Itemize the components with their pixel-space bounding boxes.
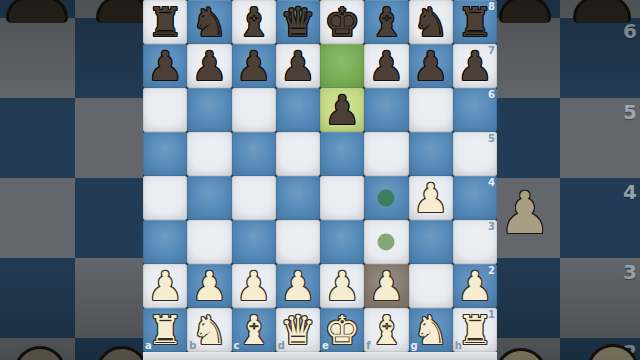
- square-d8[interactable]: ♛: [276, 0, 320, 44]
- square-a3[interactable]: [143, 220, 187, 264]
- square-c4[interactable]: [232, 176, 276, 220]
- piece-white-king: ♚: [324, 310, 360, 350]
- piece-black-bishop: ♝: [368, 2, 404, 42]
- square-e6[interactable]: ♟: [320, 88, 364, 132]
- square-b3[interactable]: [187, 220, 231, 264]
- square-g4[interactable]: ♟: [409, 176, 453, 220]
- piece-black-king: ♚: [324, 2, 360, 42]
- square-b4[interactable]: [187, 176, 231, 220]
- square-h4[interactable]: 4: [453, 176, 497, 220]
- square-g1[interactable]: ♞g: [409, 308, 453, 352]
- square-h8[interactable]: ♜8: [453, 0, 497, 44]
- square-e8[interactable]: ♚: [320, 0, 364, 44]
- piece-black-rook: ♜: [147, 2, 183, 42]
- square-f7[interactable]: ♟: [364, 44, 408, 88]
- square-h6[interactable]: 6: [453, 88, 497, 132]
- square-c7[interactable]: ♟: [232, 44, 276, 88]
- piece-white-pawn: ♟: [236, 266, 272, 306]
- square-h5[interactable]: 5: [453, 132, 497, 176]
- square-e5[interactable]: [320, 132, 364, 176]
- piece-black-pawn: ♟: [413, 46, 449, 86]
- square-g8[interactable]: ♞: [409, 0, 453, 44]
- square-e3[interactable]: [320, 220, 364, 264]
- background-left-panel: [0, 0, 143, 360]
- square-e1[interactable]: ♚e: [320, 308, 364, 352]
- file-label: b: [189, 341, 196, 351]
- piece-black-queen: ♛: [280, 2, 316, 42]
- square-a1[interactable]: ♜a: [143, 308, 187, 352]
- square-a8[interactable]: ♜: [143, 0, 187, 44]
- square-a2[interactable]: ♟: [143, 264, 187, 308]
- square-c6[interactable]: [232, 88, 276, 132]
- square-g3[interactable]: [409, 220, 453, 264]
- piece-black-pawn: ♟: [147, 46, 183, 86]
- square-h1[interactable]: ♜1h: [453, 308, 497, 352]
- square-f8[interactable]: ♝: [364, 0, 408, 44]
- move-hint-dot: [378, 234, 395, 251]
- square-e2[interactable]: ♟: [320, 264, 364, 308]
- square-e4[interactable]: [320, 176, 364, 220]
- piece-white-pawn: ♟: [147, 266, 183, 306]
- piece-black-knight: ♞: [191, 2, 227, 42]
- rank-label: 4: [488, 178, 495, 188]
- piece-black-pawn: ♟: [368, 46, 404, 86]
- piece-white-pawn: ♟: [413, 178, 449, 218]
- square-c3[interactable]: [232, 220, 276, 264]
- rank-label: 5: [488, 134, 495, 144]
- panel-edge: [143, 352, 497, 360]
- file-label: f: [366, 341, 370, 351]
- rank-label: 7: [488, 46, 495, 56]
- square-f2[interactable]: ♟: [364, 264, 408, 308]
- square-c1[interactable]: ♝c: [232, 308, 276, 352]
- square-f6[interactable]: [364, 88, 408, 132]
- rank-label: 1: [488, 310, 495, 320]
- piece-black-pawn: ♟: [191, 46, 227, 86]
- square-d2[interactable]: ♟: [276, 264, 320, 308]
- chess-board[interactable]: ♜♞♝♛♚♝♞♜8♟♟♟♟♟♟♟7♟65♟43♟♟♟♟♟♟♟2♜a♞b♝c♛d♚…: [143, 0, 497, 352]
- square-a4[interactable]: [143, 176, 187, 220]
- square-d6[interactable]: [276, 88, 320, 132]
- square-h2[interactable]: ♟2: [453, 264, 497, 308]
- square-g2[interactable]: [409, 264, 453, 308]
- square-d1[interactable]: ♛d: [276, 308, 320, 352]
- square-f4[interactable]: [364, 176, 408, 220]
- square-f3[interactable]: [364, 220, 408, 264]
- rank-label: 2: [488, 266, 495, 276]
- chess-board-container: ♜♞♝♛♚♝♞♜8♟♟♟♟♟♟♟7♟65♟43♟♟♟♟♟♟♟2♜a♞b♝c♛d♚…: [143, 0, 497, 360]
- piece-black-pawn: ♟: [280, 46, 316, 86]
- square-e7[interactable]: [320, 44, 364, 88]
- piece-black-pawn: ♟: [324, 90, 360, 130]
- piece-white-bishop: ♝: [368, 310, 404, 350]
- square-b1[interactable]: ♞b: [187, 308, 231, 352]
- square-c5[interactable]: [232, 132, 276, 176]
- app-frame: ♟ 6 5 4 3 2 ♜♞♝♛♚♝♞♜8♟♟♟♟♟♟♟7♟65♟43♟♟♟♟♟…: [0, 0, 640, 360]
- piece-white-bishop: ♝: [236, 310, 272, 350]
- move-hint-dot: [378, 190, 395, 207]
- square-d5[interactable]: [276, 132, 320, 176]
- square-g6[interactable]: [409, 88, 453, 132]
- file-label: a: [145, 341, 152, 351]
- square-h7[interactable]: ♟7: [453, 44, 497, 88]
- piece-white-knight: ♞: [413, 310, 449, 350]
- square-c8[interactable]: ♝: [232, 0, 276, 44]
- square-a5[interactable]: [143, 132, 187, 176]
- piece-white-pawn: ♟: [324, 266, 360, 306]
- rank-label: 6: [488, 90, 495, 100]
- file-label: g: [411, 341, 418, 351]
- piece-white-queen: ♛: [280, 310, 316, 350]
- square-f1[interactable]: ♝f: [364, 308, 408, 352]
- square-f5[interactable]: [364, 132, 408, 176]
- square-h3[interactable]: 3: [453, 220, 497, 264]
- square-a6[interactable]: [143, 88, 187, 132]
- piece-black-knight: ♞: [413, 2, 449, 42]
- rank-label: 3: [488, 222, 495, 232]
- square-g5[interactable]: [409, 132, 453, 176]
- piece-white-pawn: ♟: [280, 266, 316, 306]
- square-c2[interactable]: ♟: [232, 264, 276, 308]
- square-b2[interactable]: ♟: [187, 264, 231, 308]
- square-b8[interactable]: ♞: [187, 0, 231, 44]
- square-g7[interactable]: ♟: [409, 44, 453, 88]
- square-b6[interactable]: [187, 88, 231, 132]
- piece-white-knight: ♞: [191, 310, 227, 350]
- piece-white-rook: ♜: [147, 310, 183, 350]
- square-d7[interactable]: ♟: [276, 44, 320, 88]
- file-label: d: [278, 341, 285, 351]
- piece-black-pawn: ♟: [236, 46, 272, 86]
- square-b7[interactable]: ♟: [187, 44, 231, 88]
- file-label: e: [322, 341, 329, 351]
- piece-white-pawn: ♟: [191, 266, 227, 306]
- piece-white-pawn: ♟: [368, 266, 404, 306]
- background-right-panel: ♟ 6 5 4 3 2: [497, 0, 640, 360]
- square-d3[interactable]: [276, 220, 320, 264]
- square-b5[interactable]: [187, 132, 231, 176]
- file-label: c: [234, 341, 240, 351]
- file-label: h: [455, 341, 462, 351]
- piece-black-bishop: ♝: [236, 2, 272, 42]
- rank-label: 8: [488, 2, 495, 12]
- square-d4[interactable]: [276, 176, 320, 220]
- square-a7[interactable]: ♟: [143, 44, 187, 88]
- bg-vignette: [0, 0, 143, 360]
- bg-vignette: [497, 0, 640, 360]
